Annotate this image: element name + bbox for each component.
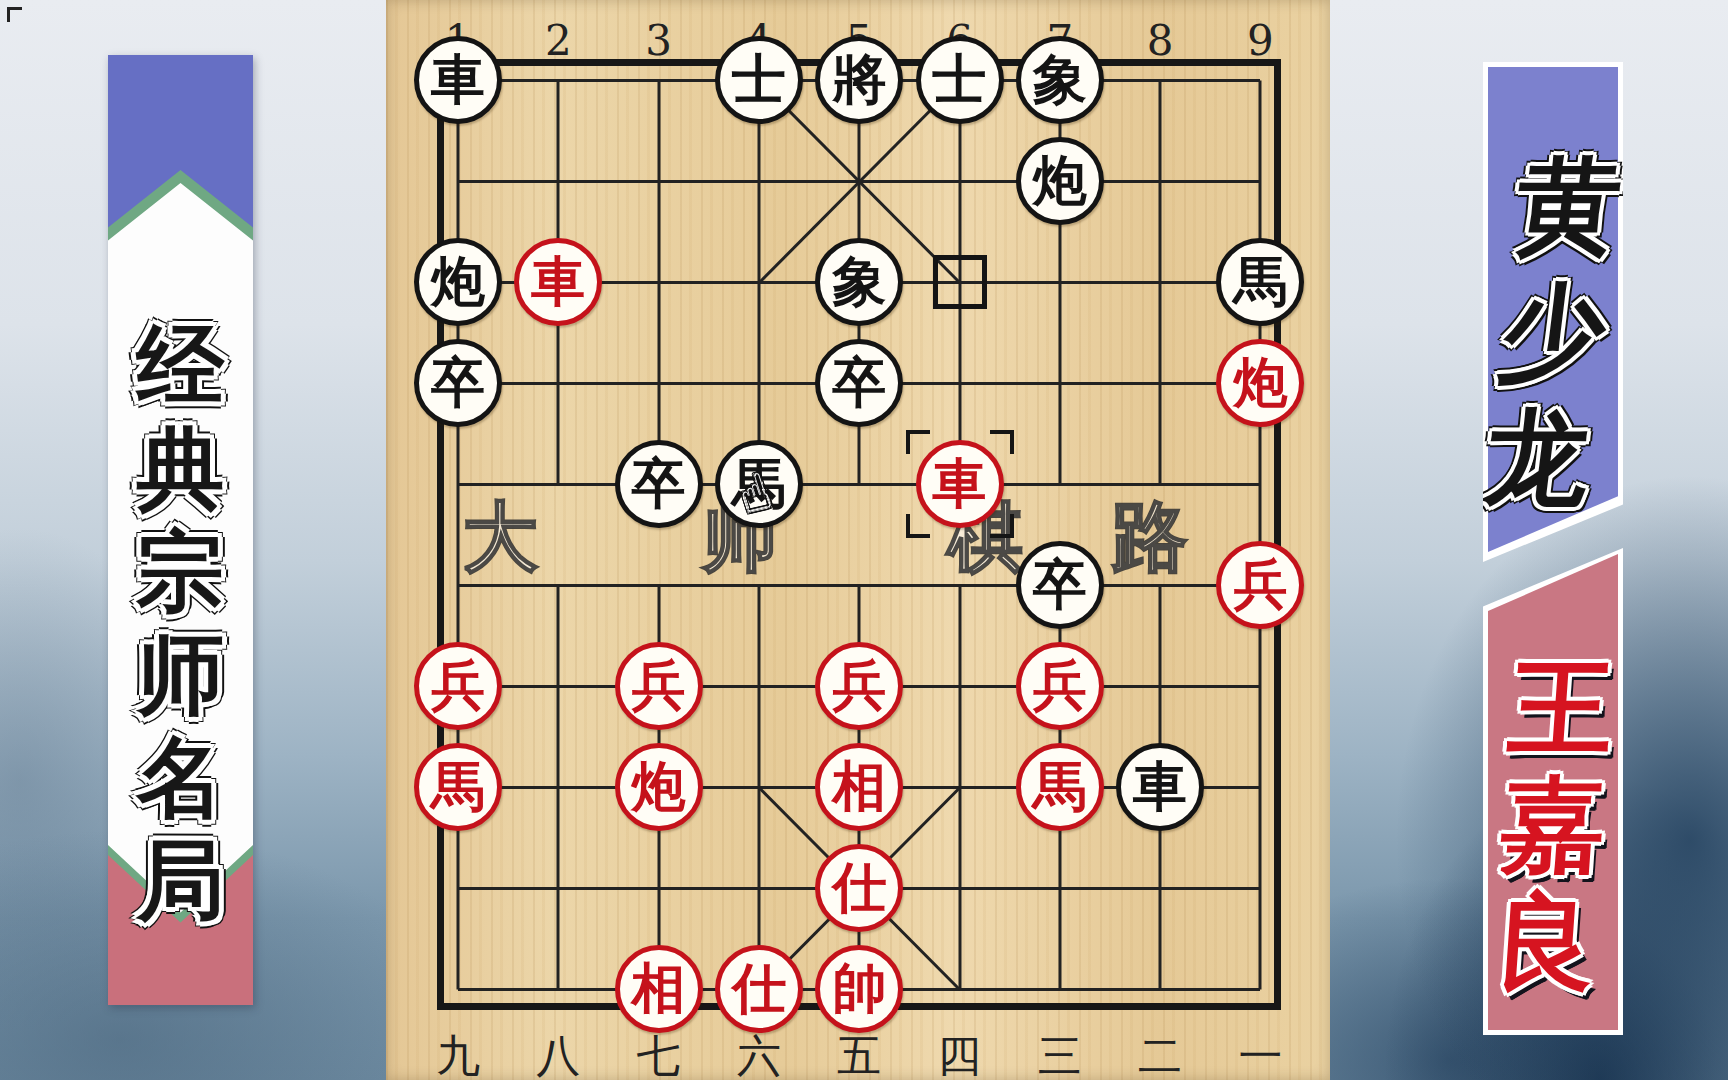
left-banner-title-char: 经 [108,322,253,410]
last-move-from-marker [933,255,987,309]
stage: 123456789九八七六五四三二一大师棋路車士將士象炮炮象馬卒卒卒馬卒車車炮車… [0,0,1728,1080]
left-banner-title-char: 典 [108,425,253,513]
file-label-bottom: 九 [436,1027,480,1080]
piece-red-相-3-10[interactable]: 相 [615,945,703,1033]
red-player-name-char: 王 [1488,656,1635,760]
piece-black-卒-3-5[interactable]: 卒 [615,440,703,528]
file-label-top: 3 [645,16,672,65]
red-player-name: 王嘉良 [1470,643,1635,1007]
piece-black-卒-5-4[interactable]: 卒 [815,339,903,427]
black-player-name-char: 龙 [1461,406,1614,510]
red-player-name-char: 良 [1471,890,1618,994]
file-label-bottom: 三 [1038,1027,1082,1080]
piece-red-車-2-3[interactable]: 車 [514,238,602,326]
file-label-top: 2 [545,16,572,65]
left-title-banner: 经典宗师名局 [108,55,253,1005]
board-file-line [457,80,460,989]
piece-black-卒-1-4[interactable]: 卒 [414,339,502,427]
file-label-top: 9 [1247,16,1274,65]
file-label-bottom: 四 [938,1027,982,1080]
file-label-bottom: 一 [1238,1027,1282,1080]
piece-red-兵-1-7[interactable]: 兵 [414,642,502,730]
piece-black-象-7-1[interactable]: 象 [1016,36,1104,124]
left-banner-title-char: 名 [108,734,253,822]
left-banner-title: 经典宗师名局 [108,307,253,940]
black-player-name-char: 黄 [1492,154,1645,258]
bracket-corner [906,514,930,538]
left-banner-title-char: 师 [108,631,253,719]
black-player-name-char: 少 [1477,280,1630,384]
last-move-to-marker [906,430,1014,538]
piece-red-馬-7-8[interactable]: 馬 [1016,743,1104,831]
board-file-line [657,80,660,484]
river-watermark-char: 路 [1112,486,1188,589]
black-player-banner: 黄少龙 [1483,62,1623,562]
file-label-bottom: 六 [737,1027,781,1080]
left-banner-title-char: 局 [108,837,253,925]
piece-red-帥-5-10[interactable]: 帥 [815,945,903,1033]
black-player-name: 黄少龙 [1458,132,1647,532]
board-file-line [1159,80,1162,484]
piece-black-車-8-8[interactable]: 車 [1116,743,1204,831]
piece-black-象-5-3[interactable]: 象 [815,238,903,326]
piece-red-相-5-8[interactable]: 相 [815,743,903,831]
piece-black-車-1-1[interactable]: 車 [414,36,502,124]
piece-black-士-4-1[interactable]: 士 [715,36,803,124]
piece-black-將-5-1[interactable]: 將 [815,36,903,124]
piece-black-卒-7-6[interactable]: 卒 [1016,541,1104,629]
piece-black-馬-9-3[interactable]: 馬 [1216,238,1304,326]
file-label-bottom: 二 [1138,1027,1182,1080]
piece-red-兵-7-7[interactable]: 兵 [1016,642,1104,730]
piece-black-士-6-1[interactable]: 士 [916,36,1004,124]
file-label-bottom: 五 [837,1027,881,1080]
piece-red-仕-5-9[interactable]: 仕 [815,844,903,932]
piece-red-兵-3-7[interactable]: 兵 [615,642,703,730]
piece-red-炮-3-8[interactable]: 炮 [615,743,703,831]
piece-red-炮-9-4[interactable]: 炮 [1216,339,1304,427]
piece-red-兵-9-6[interactable]: 兵 [1216,541,1304,629]
piece-red-馬-1-8[interactable]: 馬 [414,743,502,831]
piece-red-仕-4-10[interactable]: 仕 [715,945,803,1033]
file-label-bottom: 八 [536,1027,580,1080]
board-file-line [557,585,560,989]
piece-red-兵-5-7[interactable]: 兵 [815,642,903,730]
xiangqi-board: 123456789九八七六五四三二一大师棋路車士將士象炮炮象馬卒卒卒馬卒車車炮車… [0,0,1728,1080]
piece-black-炮-1-3[interactable]: 炮 [414,238,502,326]
file-label-top: 8 [1147,16,1174,65]
left-banner-title-char: 宗 [108,528,253,616]
bracket-corner [990,430,1014,454]
bracket-corner [990,514,1014,538]
board-file-line [1259,80,1262,989]
piece-black-炮-7-2[interactable]: 炮 [1016,137,1104,225]
red-player-name-char: 嘉 [1479,773,1626,877]
left-banner-blue-pennant [108,55,253,285]
river-watermark-char: 大 [462,486,538,589]
file-label-bottom: 七 [637,1027,681,1080]
point-marker-corner [7,7,22,22]
bracket-corner [906,430,930,454]
red-player-banner: 王嘉良 [1483,548,1623,1035]
